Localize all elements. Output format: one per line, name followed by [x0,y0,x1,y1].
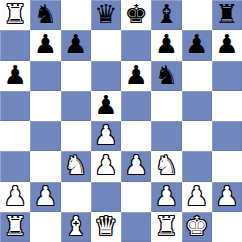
white-pawn[interactable]: ♟ [215,183,238,209]
square-b1[interactable] [30,212,60,242]
square-a7[interactable] [0,30,30,60]
square-a5[interactable] [0,91,30,121]
chess-board: ♜♞♛♚♝♜♟♟♟♟♟♟♟♞♟♟♞♟♟♞♟♟♟♟♟♜♝♛♜♚ [0,0,242,242]
square-a6[interactable]: ♟ [0,61,30,91]
square-f6[interactable]: ♞ [151,61,181,91]
white-rook[interactable]: ♜ [3,213,26,239]
square-d6[interactable] [91,61,121,91]
white-knight[interactable]: ♞ [155,152,178,178]
square-h2[interactable]: ♟ [212,182,242,212]
black-pawn[interactable]: ♟ [94,92,117,118]
square-e6[interactable]: ♟ [121,61,151,91]
black-queen[interactable]: ♛ [94,1,117,27]
square-g4[interactable] [182,121,212,151]
square-h3[interactable] [212,151,242,181]
white-pawn[interactable]: ♟ [94,122,117,148]
white-pawn[interactable]: ♟ [34,183,57,209]
square-g7[interactable]: ♟ [182,30,212,60]
square-g8[interactable] [182,0,212,30]
square-b3[interactable] [30,151,60,181]
white-king[interactable]: ♚ [185,213,208,239]
square-h6[interactable] [212,61,242,91]
square-b6[interactable] [30,61,60,91]
white-queen[interactable]: ♛ [94,213,117,239]
square-f2[interactable]: ♟ [151,182,181,212]
white-rook[interactable]: ♜ [155,213,178,239]
square-f7[interactable]: ♟ [151,30,181,60]
square-c6[interactable] [61,61,91,91]
square-a1[interactable]: ♜ [0,212,30,242]
black-pawn[interactable]: ♟ [3,62,26,88]
square-g6[interactable] [182,61,212,91]
square-c7[interactable]: ♟ [61,30,91,60]
black-pawn[interactable]: ♟ [64,31,87,57]
black-pawn[interactable]: ♟ [34,31,57,57]
white-pawn[interactable]: ♟ [94,152,117,178]
square-d5[interactable]: ♟ [91,91,121,121]
square-e2[interactable] [121,182,151,212]
square-d8[interactable]: ♛ [91,0,121,30]
square-e7[interactable] [121,30,151,60]
black-knight[interactable]: ♞ [155,62,178,88]
white-pawn[interactable]: ♟ [155,183,178,209]
square-e3[interactable]: ♟ [121,151,151,181]
square-a4[interactable] [0,121,30,151]
square-f4[interactable] [151,121,181,151]
square-h7[interactable]: ♟ [212,30,242,60]
square-b8[interactable]: ♞ [30,0,60,30]
square-h8[interactable]: ♜ [212,0,242,30]
square-b5[interactable] [30,91,60,121]
square-h1[interactable] [212,212,242,242]
square-c8[interactable] [61,0,91,30]
square-h4[interactable] [212,121,242,151]
square-g2[interactable]: ♟ [182,182,212,212]
square-a2[interactable]: ♟ [0,182,30,212]
square-c3[interactable]: ♞ [61,151,91,181]
white-knight[interactable]: ♞ [64,152,87,178]
square-a3[interactable] [0,151,30,181]
square-c5[interactable] [61,91,91,121]
black-bishop[interactable]: ♝ [155,1,178,27]
white-pawn[interactable]: ♟ [3,183,26,209]
square-d4[interactable]: ♟ [91,121,121,151]
white-pawn[interactable]: ♟ [185,183,208,209]
square-e8[interactable]: ♚ [121,0,151,30]
square-e5[interactable] [121,91,151,121]
square-g3[interactable] [182,151,212,181]
black-pawn[interactable]: ♟ [215,31,238,57]
black-pawn[interactable]: ♟ [124,62,147,88]
square-e1[interactable] [121,212,151,242]
square-g5[interactable] [182,91,212,121]
black-knight[interactable]: ♞ [34,1,57,27]
square-f8[interactable]: ♝ [151,0,181,30]
white-pawn[interactable]: ♟ [124,152,147,178]
black-pawn[interactable]: ♟ [155,31,178,57]
square-d7[interactable] [91,30,121,60]
white-rook[interactable]: ♜ [3,1,26,27]
black-rook[interactable]: ♜ [215,1,238,27]
square-a8[interactable]: ♜ [0,0,30,30]
square-f3[interactable]: ♞ [151,151,181,181]
square-b7[interactable]: ♟ [30,30,60,60]
square-d3[interactable]: ♟ [91,151,121,181]
black-king[interactable]: ♚ [124,1,147,27]
square-b2[interactable]: ♟ [30,182,60,212]
square-f1[interactable]: ♜ [151,212,181,242]
square-b4[interactable] [30,121,60,151]
square-c4[interactable] [61,121,91,151]
square-e4[interactable] [121,121,151,151]
black-pawn[interactable]: ♟ [185,31,208,57]
square-d2[interactable] [91,182,121,212]
square-c2[interactable] [61,182,91,212]
square-h5[interactable] [212,91,242,121]
square-g1[interactable]: ♚ [182,212,212,242]
square-d1[interactable]: ♛ [91,212,121,242]
square-f5[interactable] [151,91,181,121]
square-c1[interactable]: ♝ [61,212,91,242]
white-bishop[interactable]: ♝ [64,213,87,239]
